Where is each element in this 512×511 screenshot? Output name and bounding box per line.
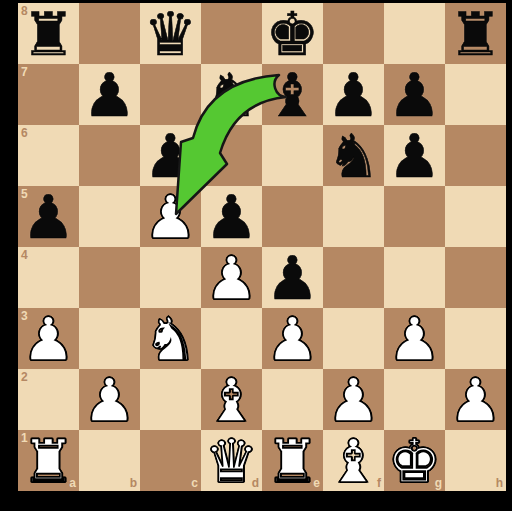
- square-d6[interactable]: [201, 125, 262, 186]
- square-d7[interactable]: ♞: [201, 64, 262, 125]
- square-a4[interactable]: 4: [18, 247, 79, 308]
- square-b6[interactable]: [79, 125, 140, 186]
- square-a3[interactable]: 3♟: [18, 308, 79, 369]
- square-c6[interactable]: ♟: [140, 125, 201, 186]
- rank-label-7: 7: [21, 66, 28, 78]
- square-h1[interactable]: h: [445, 430, 506, 491]
- piece-bN: ♞: [205, 65, 259, 126]
- file-label-h: h: [496, 477, 503, 489]
- square-f8[interactable]: [323, 3, 384, 64]
- piece-bP: ♟: [327, 65, 381, 126]
- square-c4[interactable]: [140, 247, 201, 308]
- square-e5[interactable]: [262, 186, 323, 247]
- square-f7[interactable]: ♟: [323, 64, 384, 125]
- square-h6[interactable]: [445, 125, 506, 186]
- square-f6[interactable]: ♞: [323, 125, 384, 186]
- square-e6[interactable]: [262, 125, 323, 186]
- square-c1[interactable]: c: [140, 430, 201, 491]
- file-label-b: b: [130, 477, 137, 489]
- square-f1[interactable]: f♝: [323, 430, 384, 491]
- square-c2[interactable]: [140, 369, 201, 430]
- square-h4[interactable]: [445, 247, 506, 308]
- rank-label-2: 2: [21, 371, 28, 383]
- square-a6[interactable]: 6: [18, 125, 79, 186]
- square-e3[interactable]: ♟: [262, 308, 323, 369]
- square-b2[interactable]: ♟: [79, 369, 140, 430]
- square-b1[interactable]: b: [79, 430, 140, 491]
- piece-wB: ♝: [327, 431, 381, 492]
- piece-wR: ♜: [22, 431, 76, 492]
- file-label-c: c: [191, 477, 198, 489]
- chessboard: 8♜♛♚♜7♟♞♝♟♟6♟♞♟5♟♟♟4♟♟3♟♞♟♟2♟♝♟♟1a♜bcd♛e…: [18, 3, 506, 491]
- square-e7[interactable]: ♝: [262, 64, 323, 125]
- square-a2[interactable]: 2: [18, 369, 79, 430]
- piece-bP: ♟: [144, 126, 198, 187]
- square-g8[interactable]: [384, 3, 445, 64]
- square-d1[interactable]: d♛: [201, 430, 262, 491]
- square-h2[interactable]: ♟: [445, 369, 506, 430]
- square-e8[interactable]: ♚: [262, 3, 323, 64]
- rank-label-4: 4: [21, 249, 28, 261]
- piece-wB: ♝: [205, 370, 259, 431]
- square-f5[interactable]: [323, 186, 384, 247]
- piece-wK: ♚: [388, 431, 442, 492]
- square-h8[interactable]: ♜: [445, 3, 506, 64]
- piece-bQ: ♛: [144, 4, 198, 65]
- square-h7[interactable]: [445, 64, 506, 125]
- square-a5[interactable]: 5♟: [18, 186, 79, 247]
- square-g1[interactable]: g♚: [384, 430, 445, 491]
- square-e4[interactable]: ♟: [262, 247, 323, 308]
- square-g5[interactable]: [384, 186, 445, 247]
- square-f3[interactable]: [323, 308, 384, 369]
- piece-wP: ♟: [327, 370, 381, 431]
- piece-bP: ♟: [388, 126, 442, 187]
- rank-label-6: 6: [21, 127, 28, 139]
- square-f4[interactable]: [323, 247, 384, 308]
- square-d2[interactable]: ♝: [201, 369, 262, 430]
- piece-bP: ♟: [388, 65, 442, 126]
- square-b8[interactable]: [79, 3, 140, 64]
- piece-bK: ♚: [266, 4, 320, 65]
- square-g3[interactable]: ♟: [384, 308, 445, 369]
- square-h3[interactable]: [445, 308, 506, 369]
- piece-bN: ♞: [327, 126, 381, 187]
- square-f2[interactable]: ♟: [323, 369, 384, 430]
- piece-wQ: ♛: [205, 431, 259, 492]
- square-g6[interactable]: ♟: [384, 125, 445, 186]
- piece-wP: ♟: [22, 309, 76, 370]
- square-a1[interactable]: 1a♜: [18, 430, 79, 491]
- square-d3[interactable]: [201, 308, 262, 369]
- piece-bP: ♟: [83, 65, 137, 126]
- piece-wP: ♟: [144, 187, 198, 248]
- square-d5[interactable]: ♟: [201, 186, 262, 247]
- piece-wP: ♟: [205, 248, 259, 309]
- screenshot-stage: 8♜♛♚♜7♟♞♝♟♟6♟♞♟5♟♟♟4♟♟3♟♞♟♟2♟♝♟♟1a♜bcd♛e…: [0, 0, 512, 511]
- piece-wP: ♟: [83, 370, 137, 431]
- piece-bB: ♝: [266, 65, 320, 126]
- square-e2[interactable]: [262, 369, 323, 430]
- square-a8[interactable]: 8♜: [18, 3, 79, 64]
- piece-wP: ♟: [388, 309, 442, 370]
- square-g4[interactable]: [384, 247, 445, 308]
- piece-wN: ♞: [144, 309, 198, 370]
- square-g2[interactable]: [384, 369, 445, 430]
- piece-bP: ♟: [22, 187, 76, 248]
- square-a7[interactable]: 7: [18, 64, 79, 125]
- square-b3[interactable]: [79, 308, 140, 369]
- square-e1[interactable]: e♜: [262, 430, 323, 491]
- square-c7[interactable]: [140, 64, 201, 125]
- piece-wP: ♟: [449, 370, 503, 431]
- square-c3[interactable]: ♞: [140, 308, 201, 369]
- piece-bP: ♟: [266, 248, 320, 309]
- square-h5[interactable]: [445, 186, 506, 247]
- piece-wP: ♟: [266, 309, 320, 370]
- square-d4[interactable]: ♟: [201, 247, 262, 308]
- square-d8[interactable]: [201, 3, 262, 64]
- piece-bP: ♟: [205, 187, 259, 248]
- square-b5[interactable]: [79, 186, 140, 247]
- square-g7[interactable]: ♟: [384, 64, 445, 125]
- piece-bR: ♜: [22, 4, 76, 65]
- piece-wR: ♜: [266, 431, 320, 492]
- square-b7[interactable]: ♟: [79, 64, 140, 125]
- square-c5[interactable]: ♟: [140, 186, 201, 247]
- piece-bR: ♜: [449, 4, 503, 65]
- square-c8[interactable]: ♛: [140, 3, 201, 64]
- square-b4[interactable]: [79, 247, 140, 308]
